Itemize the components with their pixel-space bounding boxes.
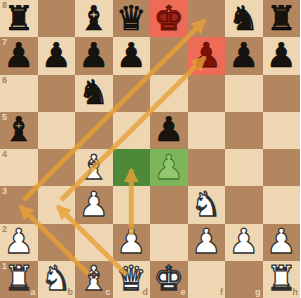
square-g4[interactable] [225, 149, 263, 186]
square-d8[interactable]: ♛ [113, 0, 151, 37]
square-e5[interactable]: ♟ [150, 112, 188, 149]
white-pawn[interactable]: ♟ [79, 187, 109, 221]
square-d5[interactable] [113, 112, 151, 149]
square-f4[interactable] [188, 149, 226, 186]
file-label-f: f [220, 288, 223, 297]
black-pawn[interactable]: ♟ [154, 112, 184, 146]
square-c6[interactable]: ♞ [75, 75, 113, 112]
white-knight[interactable]: ♞ [191, 187, 221, 221]
square-f3[interactable]: ♞ [188, 186, 226, 223]
square-h8[interactable]: ♜ [263, 0, 301, 37]
black-pawn[interactable]: ♟ [41, 38, 71, 72]
square-d2[interactable]: ♟ [113, 224, 151, 261]
rank-label-6: 6 [2, 76, 7, 85]
black-knight[interactable]: ♞ [79, 75, 109, 109]
rank-label-3: 3 [2, 187, 7, 196]
square-d6[interactable] [113, 75, 151, 112]
white-rook[interactable]: ♜ [266, 261, 296, 295]
square-d3[interactable] [113, 186, 151, 223]
square-c4[interactable]: ♝ [75, 149, 113, 186]
square-b8[interactable] [38, 0, 76, 37]
square-e7[interactable] [150, 37, 188, 74]
black-pawn[interactable]: ♟ [79, 38, 109, 72]
white-pawn[interactable]: ♟ [191, 224, 221, 258]
square-b4[interactable] [38, 149, 76, 186]
square-e2[interactable] [150, 224, 188, 261]
square-h1[interactable]: h♜ [263, 261, 301, 298]
black-pawn[interactable]: ♟ [191, 38, 221, 72]
square-f8[interactable] [188, 0, 226, 37]
white-pawn[interactable]: ♟ [229, 224, 259, 258]
black-rook[interactable]: ♜ [266, 1, 296, 35]
chess-board: 8♜♝♛♚♞♜7♟♟♟♟♟♟♟6♞5♝♟4♝♟3♟♞2♟♟♟♟♟1a♜b♞c♝d… [0, 0, 300, 298]
square-h6[interactable] [263, 75, 301, 112]
file-label-g: g [255, 288, 261, 297]
square-e4[interactable]: ♟ [150, 149, 188, 186]
white-pawn[interactable]: ♟ [266, 224, 296, 258]
square-c1[interactable]: c♝ [75, 261, 113, 298]
black-pawn[interactable]: ♟ [266, 38, 296, 72]
square-d1[interactable]: d♛ [113, 261, 151, 298]
black-pawn[interactable]: ♟ [229, 38, 259, 72]
square-g8[interactable]: ♞ [225, 0, 263, 37]
black-queen[interactable]: ♛ [116, 1, 146, 35]
white-pawn[interactable]: ♟ [116, 224, 146, 258]
square-a6[interactable]: 6 [0, 75, 38, 112]
black-bishop[interactable]: ♝ [79, 1, 109, 35]
square-a1[interactable]: 1a♜ [0, 261, 38, 298]
white-pawn[interactable]: ♟ [154, 150, 184, 184]
square-b5[interactable] [38, 112, 76, 149]
square-e6[interactable] [150, 75, 188, 112]
black-knight[interactable]: ♞ [229, 1, 259, 35]
white-bishop[interactable]: ♝ [79, 261, 109, 295]
square-c5[interactable] [75, 112, 113, 149]
square-c2[interactable] [75, 224, 113, 261]
square-a2[interactable]: 2♟ [0, 224, 38, 261]
square-a7[interactable]: 7♟ [0, 37, 38, 74]
white-pawn[interactable]: ♟ [4, 224, 34, 258]
black-king[interactable]: ♚ [154, 1, 184, 35]
square-h7[interactable]: ♟ [263, 37, 301, 74]
black-rook[interactable]: ♜ [4, 1, 34, 35]
square-e3[interactable] [150, 186, 188, 223]
square-a5[interactable]: 5♝ [0, 112, 38, 149]
white-queen[interactable]: ♛ [116, 261, 146, 295]
square-f5[interactable] [188, 112, 226, 149]
square-b6[interactable] [38, 75, 76, 112]
square-e1[interactable]: e♚ [150, 261, 188, 298]
black-pawn[interactable]: ♟ [4, 38, 34, 72]
square-c7[interactable]: ♟ [75, 37, 113, 74]
square-g2[interactable]: ♟ [225, 224, 263, 261]
black-pawn[interactable]: ♟ [116, 38, 146, 72]
white-rook[interactable]: ♜ [4, 261, 34, 295]
square-d7[interactable]: ♟ [113, 37, 151, 74]
square-f1[interactable]: f [188, 261, 226, 298]
square-g5[interactable] [225, 112, 263, 149]
square-g3[interactable] [225, 186, 263, 223]
square-d4[interactable] [113, 149, 151, 186]
square-e8[interactable]: ♚ [150, 0, 188, 37]
square-c8[interactable]: ♝ [75, 0, 113, 37]
square-g1[interactable]: g [225, 261, 263, 298]
rank-label-4: 4 [2, 150, 7, 159]
chess-app: 8♜♝♛♚♞♜7♟♟♟♟♟♟♟6♞5♝♟4♝♟3♟♞2♟♟♟♟♟1a♜b♞c♝d… [0, 0, 300, 298]
square-h5[interactable] [263, 112, 301, 149]
white-king[interactable]: ♚ [154, 261, 184, 295]
square-b7[interactable]: ♟ [38, 37, 76, 74]
square-g6[interactable] [225, 75, 263, 112]
white-bishop[interactable]: ♝ [79, 150, 109, 184]
square-a3[interactable]: 3 [0, 186, 38, 223]
square-c3[interactable]: ♟ [75, 186, 113, 223]
square-f6[interactable] [188, 75, 226, 112]
square-h4[interactable] [263, 149, 301, 186]
square-h2[interactable]: ♟ [263, 224, 301, 261]
square-a4[interactable]: 4 [0, 149, 38, 186]
square-b3[interactable] [38, 186, 76, 223]
black-bishop[interactable]: ♝ [4, 112, 34, 146]
square-h3[interactable] [263, 186, 301, 223]
square-f2[interactable]: ♟ [188, 224, 226, 261]
square-b2[interactable] [38, 224, 76, 261]
square-f7[interactable]: ♟ [188, 37, 226, 74]
white-knight[interactable]: ♞ [41, 261, 71, 295]
square-g7[interactable]: ♟ [225, 37, 263, 74]
square-b1[interactable]: b♞ [38, 261, 76, 298]
square-a8[interactable]: 8♜ [0, 0, 38, 37]
